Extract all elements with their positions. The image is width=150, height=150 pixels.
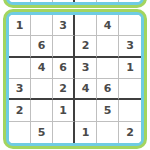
worksheet-page: 13462346313246215512 [0, 0, 150, 150]
sudoku-cell-empty[interactable] [31, 100, 53, 121]
sudoku-cell-given: 1 [119, 58, 141, 79]
sudoku-cell-given: 2 [119, 122, 141, 143]
previous-puzzle-card [3, 0, 147, 8]
sudoku-cell-given: 5 [31, 122, 53, 143]
sudoku-cell-given: 3 [119, 36, 141, 57]
sudoku-cell-given: 1 [75, 122, 97, 143]
sudoku-cell-empty[interactable] [119, 79, 141, 100]
sudoku-cell-given: 4 [97, 15, 119, 36]
sudoku-cell-empty[interactable] [119, 15, 141, 36]
sudoku-board-grid: 13462346313246215512 [9, 15, 141, 143]
sudoku-cell-empty[interactable] [97, 58, 119, 79]
sudoku-cell-empty[interactable] [9, 58, 31, 79]
partial-grid-cell [9, 0, 31, 2]
partial-grid-cell [97, 0, 119, 2]
partial-grid-cell [31, 0, 53, 2]
sudoku-cell-empty[interactable] [31, 79, 53, 100]
sudoku-cell-empty[interactable] [75, 15, 97, 36]
sudoku-cell-empty[interactable] [53, 122, 75, 143]
sudoku-cell-given: 3 [75, 58, 97, 79]
previous-puzzle-board [6, 0, 144, 5]
partial-grid-cell [53, 0, 75, 2]
sudoku-cell-given: 5 [97, 100, 119, 121]
sudoku-cell-given: 3 [9, 79, 31, 100]
sudoku-cell-empty[interactable] [9, 122, 31, 143]
sudoku-cell-empty[interactable] [31, 15, 53, 36]
sudoku-cell-given: 4 [31, 58, 53, 79]
partial-grid-cell [119, 0, 141, 2]
sudoku-card: 13462346313246215512 [3, 9, 147, 149]
sudoku-cell-empty[interactable] [97, 36, 119, 57]
sudoku-cell-given: 2 [53, 79, 75, 100]
sudoku-cell-empty[interactable] [53, 36, 75, 57]
sudoku-cell-given: 1 [53, 100, 75, 121]
sudoku-cell-given: 4 [75, 79, 97, 100]
sudoku-cell-given: 2 [9, 100, 31, 121]
sudoku-cell-given: 6 [31, 36, 53, 57]
sudoku-board: 13462346313246215512 [6, 12, 144, 146]
sudoku-cell-given: 3 [53, 15, 75, 36]
partial-grid-cell [75, 0, 97, 2]
sudoku-cell-empty[interactable] [119, 100, 141, 121]
partial-board-strip [9, 0, 141, 2]
sudoku-cell-given: 2 [75, 36, 97, 57]
sudoku-cell-empty[interactable] [75, 100, 97, 121]
sudoku-cell-empty[interactable] [9, 36, 31, 57]
sudoku-cell-empty[interactable] [97, 122, 119, 143]
sudoku-cell-given: 1 [9, 15, 31, 36]
sudoku-cell-given: 6 [53, 58, 75, 79]
sudoku-cell-given: 6 [97, 79, 119, 100]
